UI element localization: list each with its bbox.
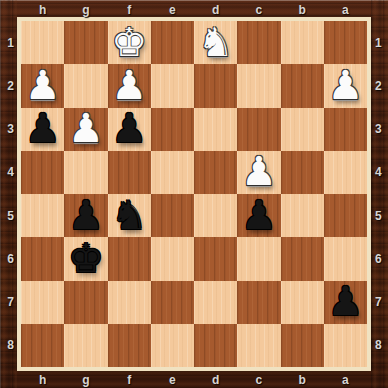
square-e7[interactable] [151,281,194,324]
square-g6[interactable]: ♚ [64,237,107,280]
rank-label-2: 2 [371,64,388,107]
piece-black-pawn[interactable]: ♟ [241,195,277,235]
square-e6[interactable] [151,237,194,280]
rank-labels-right: 12345678 [371,21,388,367]
square-b7[interactable] [281,281,324,324]
piece-black-pawn[interactable]: ♟ [111,108,147,148]
file-label-f: f [108,0,151,17]
square-d7[interactable] [194,281,237,324]
chess-board: ♚♞♟♟♟♟♟♟♟♟♞♟♚♟ [17,17,371,371]
square-a7[interactable]: ♟ [324,281,367,324]
square-b3[interactable] [281,108,324,151]
square-f7[interactable] [108,281,151,324]
square-b8[interactable] [281,324,324,367]
square-e4[interactable] [151,151,194,194]
square-a6[interactable] [324,237,367,280]
square-g5[interactable]: ♟ [64,194,107,237]
square-h7[interactable] [21,281,64,324]
file-label-e: e [151,0,194,17]
square-d8[interactable] [194,324,237,367]
square-b2[interactable] [281,64,324,107]
file-label-h: h [21,0,64,17]
square-c5[interactable]: ♟ [237,194,280,237]
square-f3[interactable]: ♟ [108,108,151,151]
piece-black-knight[interactable]: ♞ [111,195,147,235]
rank-label-1: 1 [371,21,388,64]
square-f2[interactable]: ♟ [108,64,151,107]
square-c4[interactable]: ♟ [237,151,280,194]
square-b1[interactable] [281,21,324,64]
rank-label-8: 8 [371,324,388,367]
file-labels-bottom: hgfedcba [21,371,367,388]
rank-label-8: 8 [0,324,17,367]
piece-white-king[interactable]: ♚ [111,22,147,62]
square-d1[interactable]: ♞ [194,21,237,64]
square-h8[interactable] [21,324,64,367]
square-a3[interactable] [324,108,367,151]
square-d6[interactable] [194,237,237,280]
square-f1[interactable]: ♚ [108,21,151,64]
square-a5[interactable] [324,194,367,237]
rank-label-1: 1 [0,21,17,64]
file-label-h: h [21,371,64,388]
piece-black-pawn[interactable]: ♟ [68,195,104,235]
square-f5[interactable]: ♞ [108,194,151,237]
rank-label-2: 2 [0,64,17,107]
piece-black-pawn[interactable]: ♟ [327,281,363,321]
rank-label-4: 4 [0,151,17,194]
square-g3[interactable]: ♟ [64,108,107,151]
square-d4[interactable] [194,151,237,194]
piece-white-pawn[interactable]: ♟ [111,65,147,105]
chessboard-widget: hgfedcba hgfedcba 12345678 12345678 ♚♞♟♟… [0,0,388,388]
square-c3[interactable] [237,108,280,151]
square-a4[interactable] [324,151,367,194]
rank-label-3: 3 [371,108,388,151]
file-label-f: f [108,371,151,388]
rank-label-7: 7 [0,281,17,324]
piece-white-pawn[interactable]: ♟ [68,108,104,148]
square-c1[interactable] [237,21,280,64]
piece-white-pawn[interactable]: ♟ [327,65,363,105]
square-g8[interactable] [64,324,107,367]
rank-label-4: 4 [371,151,388,194]
square-f4[interactable] [108,151,151,194]
rank-labels-left: 12345678 [0,21,17,367]
square-e1[interactable] [151,21,194,64]
square-b4[interactable] [281,151,324,194]
file-label-g: g [64,371,107,388]
piece-white-knight[interactable]: ♞ [198,22,234,62]
square-c7[interactable] [237,281,280,324]
square-a8[interactable] [324,324,367,367]
rank-label-6: 6 [0,237,17,280]
square-h5[interactable] [21,194,64,237]
rank-label-7: 7 [371,281,388,324]
square-e3[interactable] [151,108,194,151]
square-a1[interactable] [324,21,367,64]
square-g4[interactable] [64,151,107,194]
square-f8[interactable] [108,324,151,367]
square-d2[interactable] [194,64,237,107]
file-label-d: d [194,371,237,388]
rank-label-3: 3 [0,108,17,151]
file-label-a: a [324,0,367,17]
square-f6[interactable] [108,237,151,280]
file-label-g: g [64,0,107,17]
piece-black-king[interactable]: ♚ [68,238,104,278]
square-h2[interactable]: ♟ [21,64,64,107]
square-b6[interactable] [281,237,324,280]
piece-white-pawn[interactable]: ♟ [25,65,61,105]
rank-label-6: 6 [371,237,388,280]
square-h1[interactable] [21,21,64,64]
piece-white-pawn[interactable]: ♟ [241,151,277,191]
file-label-b: b [281,0,324,17]
square-d3[interactable] [194,108,237,151]
rank-label-5: 5 [0,194,17,237]
square-b5[interactable] [281,194,324,237]
file-label-c: c [237,371,280,388]
square-g2[interactable] [64,64,107,107]
file-label-d: d [194,0,237,17]
file-label-b: b [281,371,324,388]
square-c6[interactable] [237,237,280,280]
square-c8[interactable] [237,324,280,367]
file-label-c: c [237,0,280,17]
square-e8[interactable] [151,324,194,367]
square-g7[interactable] [64,281,107,324]
square-h6[interactable] [21,237,64,280]
file-label-a: a [324,371,367,388]
rank-label-5: 5 [371,194,388,237]
square-h4[interactable] [21,151,64,194]
square-c2[interactable] [237,64,280,107]
square-a2[interactable]: ♟ [324,64,367,107]
square-g1[interactable] [64,21,107,64]
square-d5[interactable] [194,194,237,237]
file-label-e: e [151,371,194,388]
piece-black-pawn[interactable]: ♟ [25,108,61,148]
square-e5[interactable] [151,194,194,237]
square-h3[interactable]: ♟ [21,108,64,151]
file-labels-top: hgfedcba [21,0,367,17]
square-e2[interactable] [151,64,194,107]
